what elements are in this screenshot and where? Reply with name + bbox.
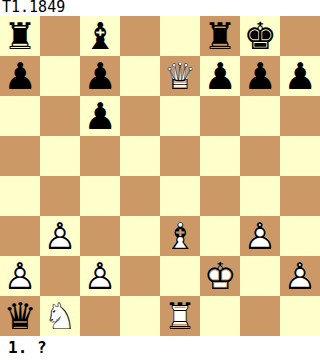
white-rook-icon: ♜♖ bbox=[160, 296, 200, 336]
square-a5[interactable] bbox=[0, 136, 40, 176]
square-f5[interactable] bbox=[200, 136, 240, 176]
white-pawn-icon: ♟♙ bbox=[40, 216, 80, 256]
black-pawn-icon: ♟ bbox=[0, 56, 40, 96]
square-g2[interactable] bbox=[240, 256, 280, 296]
square-b4[interactable] bbox=[40, 176, 80, 216]
black-pawn-icon: ♟ bbox=[240, 56, 280, 96]
black-pawn-icon: ♟ bbox=[200, 56, 240, 96]
square-g8[interactable]: ♚ bbox=[240, 16, 280, 56]
square-f1[interactable] bbox=[200, 296, 240, 336]
square-a3[interactable] bbox=[0, 216, 40, 256]
square-g4[interactable] bbox=[240, 176, 280, 216]
square-f4[interactable] bbox=[200, 176, 240, 216]
black-pawn-icon: ♟ bbox=[80, 56, 120, 96]
square-e3[interactable]: ♝♗ bbox=[160, 216, 200, 256]
square-a2[interactable]: ♟♙ bbox=[0, 256, 40, 296]
square-c2[interactable]: ♟♙ bbox=[80, 256, 120, 296]
square-b8[interactable] bbox=[40, 16, 80, 56]
puzzle-id: T1.1849 bbox=[0, 0, 320, 16]
square-h2[interactable]: ♟♙ bbox=[280, 256, 320, 296]
square-e6[interactable] bbox=[160, 96, 200, 136]
square-g7[interactable]: ♟ bbox=[240, 56, 280, 96]
chess-puzzle-page: T1.1849 ♜♝♜♚♟♟♛♕♟♟♟♟♟♙♝♗♟♙♟♙♟♙♚♔♟♙♛♞♘♜♖ … bbox=[0, 0, 320, 360]
square-c4[interactable] bbox=[80, 176, 120, 216]
square-b6[interactable] bbox=[40, 96, 80, 136]
square-e2[interactable] bbox=[160, 256, 200, 296]
square-d5[interactable] bbox=[120, 136, 160, 176]
square-a6[interactable] bbox=[0, 96, 40, 136]
black-queen-icon: ♛ bbox=[0, 296, 40, 336]
square-h1[interactable] bbox=[280, 296, 320, 336]
square-h4[interactable] bbox=[280, 176, 320, 216]
square-c6[interactable]: ♟ bbox=[80, 96, 120, 136]
square-d4[interactable] bbox=[120, 176, 160, 216]
square-e7[interactable]: ♛♕ bbox=[160, 56, 200, 96]
square-f7[interactable]: ♟ bbox=[200, 56, 240, 96]
square-b7[interactable] bbox=[40, 56, 80, 96]
square-d8[interactable] bbox=[120, 16, 160, 56]
black-rook-icon: ♜ bbox=[200, 16, 240, 56]
white-king-icon: ♚♔ bbox=[200, 256, 240, 296]
white-knight-icon: ♞♘ bbox=[40, 296, 80, 336]
square-c8[interactable]: ♝ bbox=[80, 16, 120, 56]
white-pawn-icon: ♟♙ bbox=[280, 256, 320, 296]
square-d6[interactable] bbox=[120, 96, 160, 136]
square-c5[interactable] bbox=[80, 136, 120, 176]
square-e8[interactable] bbox=[160, 16, 200, 56]
square-f3[interactable] bbox=[200, 216, 240, 256]
square-g5[interactable] bbox=[240, 136, 280, 176]
square-g1[interactable] bbox=[240, 296, 280, 336]
square-a1[interactable]: ♛ bbox=[0, 296, 40, 336]
white-pawn-icon: ♟♙ bbox=[240, 216, 280, 256]
move-prompt: 1. ? bbox=[0, 336, 320, 360]
square-h7[interactable]: ♟ bbox=[280, 56, 320, 96]
square-d1[interactable] bbox=[120, 296, 160, 336]
square-b1[interactable]: ♞♘ bbox=[40, 296, 80, 336]
square-e1[interactable]: ♜♖ bbox=[160, 296, 200, 336]
square-a8[interactable]: ♜ bbox=[0, 16, 40, 56]
square-c1[interactable] bbox=[80, 296, 120, 336]
square-h5[interactable] bbox=[280, 136, 320, 176]
square-e5[interactable] bbox=[160, 136, 200, 176]
white-pawn-icon: ♟♙ bbox=[80, 256, 120, 296]
black-bishop-icon: ♝ bbox=[80, 16, 120, 56]
square-b5[interactable] bbox=[40, 136, 80, 176]
white-queen-icon: ♛♕ bbox=[160, 56, 200, 96]
black-pawn-icon: ♟ bbox=[80, 96, 120, 136]
square-f2[interactable]: ♚♔ bbox=[200, 256, 240, 296]
square-h6[interactable] bbox=[280, 96, 320, 136]
square-b3[interactable]: ♟♙ bbox=[40, 216, 80, 256]
square-h3[interactable] bbox=[280, 216, 320, 256]
chess-board: ♜♝♜♚♟♟♛♕♟♟♟♟♟♙♝♗♟♙♟♙♟♙♚♔♟♙♛♞♘♜♖ bbox=[0, 16, 320, 336]
square-e4[interactable] bbox=[160, 176, 200, 216]
square-c7[interactable]: ♟ bbox=[80, 56, 120, 96]
white-pawn-icon: ♟♙ bbox=[0, 256, 40, 296]
black-king-icon: ♚ bbox=[240, 16, 280, 56]
square-a4[interactable] bbox=[0, 176, 40, 216]
square-g3[interactable]: ♟♙ bbox=[240, 216, 280, 256]
black-rook-icon: ♜ bbox=[0, 16, 40, 56]
square-b2[interactable] bbox=[40, 256, 80, 296]
square-d3[interactable] bbox=[120, 216, 160, 256]
square-d7[interactable] bbox=[120, 56, 160, 96]
square-f6[interactable] bbox=[200, 96, 240, 136]
square-g6[interactable] bbox=[240, 96, 280, 136]
square-a7[interactable]: ♟ bbox=[0, 56, 40, 96]
square-d2[interactable] bbox=[120, 256, 160, 296]
square-f8[interactable]: ♜ bbox=[200, 16, 240, 56]
square-h8[interactable] bbox=[280, 16, 320, 56]
square-c3[interactable] bbox=[80, 216, 120, 256]
black-pawn-icon: ♟ bbox=[280, 56, 320, 96]
white-bishop-icon: ♝♗ bbox=[160, 216, 200, 256]
